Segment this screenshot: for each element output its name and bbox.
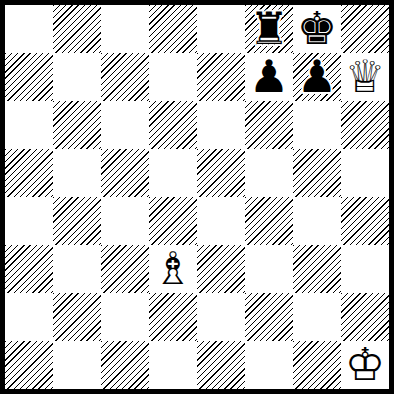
square-c3[interactable] [101, 245, 149, 293]
square-f3[interactable] [245, 245, 293, 293]
square-d7[interactable] [149, 53, 197, 101]
square-b5[interactable] [53, 149, 101, 197]
square-e8[interactable] [197, 5, 245, 53]
black-rook-f8: ♜ [249, 5, 289, 53]
square-a7[interactable] [5, 53, 53, 101]
black-king-g8: ♚ [297, 5, 337, 53]
square-c1[interactable] [101, 341, 149, 389]
square-f4[interactable] [245, 197, 293, 245]
square-c2[interactable] [101, 293, 149, 341]
square-a4[interactable] [5, 197, 53, 245]
square-a2[interactable] [5, 293, 53, 341]
square-c5[interactable] [101, 149, 149, 197]
square-f8[interactable]: ♜ [245, 5, 293, 53]
square-g2[interactable] [293, 293, 341, 341]
square-g3[interactable] [293, 245, 341, 293]
square-h1[interactable]: ♔ [341, 341, 389, 389]
square-e4[interactable] [197, 197, 245, 245]
square-g1[interactable] [293, 341, 341, 389]
square-d1[interactable] [149, 341, 197, 389]
chess-board: ♜♚♟♟♕♗♔ [0, 0, 394, 394]
square-g5[interactable] [293, 149, 341, 197]
square-f1[interactable] [245, 341, 293, 389]
black-pawn-g7: ♟ [297, 53, 337, 101]
square-h5[interactable] [341, 149, 389, 197]
white-king-h1: ♔ [345, 341, 385, 389]
square-c8[interactable] [101, 5, 149, 53]
square-f5[interactable] [245, 149, 293, 197]
square-d4[interactable] [149, 197, 197, 245]
square-b2[interactable] [53, 293, 101, 341]
square-h8[interactable] [341, 5, 389, 53]
square-e5[interactable] [197, 149, 245, 197]
square-g4[interactable] [293, 197, 341, 245]
square-e3[interactable] [197, 245, 245, 293]
square-b6[interactable] [53, 101, 101, 149]
square-h2[interactable] [341, 293, 389, 341]
black-pawn-f7: ♟ [249, 53, 289, 101]
square-a1[interactable] [5, 341, 53, 389]
square-a6[interactable] [5, 101, 53, 149]
square-c6[interactable] [101, 101, 149, 149]
square-e1[interactable] [197, 341, 245, 389]
square-d8[interactable] [149, 5, 197, 53]
square-f7[interactable]: ♟ [245, 53, 293, 101]
square-b1[interactable] [53, 341, 101, 389]
square-f6[interactable] [245, 101, 293, 149]
square-h4[interactable] [341, 197, 389, 245]
square-b4[interactable] [53, 197, 101, 245]
square-g6[interactable] [293, 101, 341, 149]
square-e7[interactable] [197, 53, 245, 101]
square-f2[interactable] [245, 293, 293, 341]
white-queen-h7: ♕ [345, 53, 385, 101]
square-c7[interactable] [101, 53, 149, 101]
white-bishop-d3: ♗ [153, 245, 193, 293]
square-h7[interactable]: ♕ [341, 53, 389, 101]
square-h3[interactable] [341, 245, 389, 293]
square-d3[interactable]: ♗ [149, 245, 197, 293]
square-b3[interactable] [53, 245, 101, 293]
square-d2[interactable] [149, 293, 197, 341]
square-a5[interactable] [5, 149, 53, 197]
square-c4[interactable] [101, 197, 149, 245]
square-d6[interactable] [149, 101, 197, 149]
square-g8[interactable]: ♚ [293, 5, 341, 53]
board-grid: ♜♚♟♟♕♗♔ [5, 5, 389, 389]
square-e6[interactable] [197, 101, 245, 149]
square-d5[interactable] [149, 149, 197, 197]
square-b8[interactable] [53, 5, 101, 53]
square-b7[interactable] [53, 53, 101, 101]
square-g7[interactable]: ♟ [293, 53, 341, 101]
square-e2[interactable] [197, 293, 245, 341]
square-a3[interactable] [5, 245, 53, 293]
square-h6[interactable] [341, 101, 389, 149]
square-a8[interactable] [5, 5, 53, 53]
